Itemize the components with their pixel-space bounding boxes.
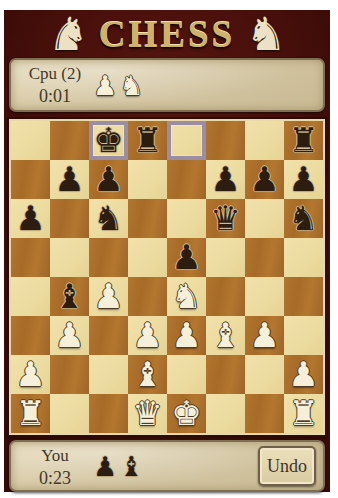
white-pawn-b3[interactable]: ♟ (54, 316, 84, 355)
captured-black-pawn-icon: ♟ (93, 453, 117, 480)
square-e1[interactable]: ♚ (167, 394, 206, 433)
white-rook-h1[interactable]: ♜ (288, 394, 318, 433)
board-frame: ♚♜♜♟♟♟♟♟♟♞♛♞♟♝♟♞♟♟♟♝♟♟♝♟♜♛♚♜ (7, 117, 327, 437)
black-pawn-a6[interactable]: ♟ (15, 199, 45, 238)
square-e8[interactable] (167, 121, 206, 160)
black-pawn-f7[interactable]: ♟ (210, 160, 240, 199)
black-pawn-b7[interactable]: ♟ (54, 160, 84, 199)
white-knight-e4[interactable]: ♞ (171, 277, 201, 316)
you-player-info: You 0:23 (23, 446, 87, 489)
black-rook-h8[interactable]: ♜ (288, 121, 318, 160)
square-b5[interactable] (50, 238, 89, 277)
square-h7[interactable]: ♟ (284, 160, 323, 199)
cpu-captured-tray: ♟♞ (93, 72, 143, 99)
square-h6[interactable]: ♞ (284, 199, 323, 238)
white-king-e1[interactable]: ♚ (171, 394, 201, 433)
white-queen-d1[interactable]: ♛ (132, 394, 162, 433)
square-g6[interactable] (245, 199, 284, 238)
square-f2[interactable] (206, 355, 245, 394)
square-g2[interactable] (245, 355, 284, 394)
square-a1[interactable]: ♜ (11, 394, 50, 433)
square-b7[interactable]: ♟ (50, 160, 89, 199)
square-g5[interactable] (245, 238, 284, 277)
square-b3[interactable]: ♟ (50, 316, 89, 355)
square-h8[interactable]: ♜ (284, 121, 323, 160)
white-pawn-h2[interactable]: ♟ (288, 355, 318, 394)
app-title: CHESS (99, 13, 235, 56)
square-a7[interactable] (11, 160, 50, 199)
knight-icon: ♞ (48, 11, 89, 57)
chess-app-screen: ♞ CHESS ♞ Cpu (2) 0:01 ♟♞ ♚♜♜♟♟♟♟♟♟♞♛♞♟♝… (0, 0, 338, 498)
black-pawn-h7[interactable]: ♟ (288, 160, 318, 199)
white-pawn-d3[interactable]: ♟ (132, 316, 162, 355)
square-g8[interactable] (245, 121, 284, 160)
square-e6[interactable] (167, 199, 206, 238)
black-pawn-e5[interactable]: ♟ (171, 238, 201, 277)
square-h1[interactable]: ♜ (284, 394, 323, 433)
square-a4[interactable] (11, 277, 50, 316)
square-c6[interactable]: ♞ (89, 199, 128, 238)
captured-white-pawn-icon: ♟ (93, 72, 117, 99)
square-d7[interactable] (128, 160, 167, 199)
square-b6[interactable] (50, 199, 89, 238)
square-c1[interactable] (89, 394, 128, 433)
square-d8[interactable]: ♜ (128, 121, 167, 160)
square-b2[interactable] (50, 355, 89, 394)
square-c8[interactable]: ♚ (89, 121, 128, 160)
cpu-clock: 0:01 (23, 86, 87, 107)
white-pawn-e3[interactable]: ♟ (171, 316, 201, 355)
square-d6[interactable] (128, 199, 167, 238)
square-g4[interactable] (245, 277, 284, 316)
square-h4[interactable] (284, 277, 323, 316)
black-pawn-g7[interactable]: ♟ (249, 160, 279, 199)
square-a3[interactable] (11, 316, 50, 355)
square-e4[interactable]: ♞ (167, 277, 206, 316)
white-pawn-c4[interactable]: ♟ (93, 277, 123, 316)
undo-button[interactable]: Undo (258, 446, 316, 486)
square-f1[interactable] (206, 394, 245, 433)
you-captured-tray: ♟♝ (93, 453, 143, 480)
white-pawn-a2[interactable]: ♟ (15, 355, 45, 394)
black-queen-f6[interactable]: ♛ (210, 199, 240, 238)
square-g1[interactable] (245, 394, 284, 433)
black-rook-d8[interactable]: ♜ (132, 121, 162, 160)
square-h2[interactable]: ♟ (284, 355, 323, 394)
black-pawn-c7[interactable]: ♟ (93, 160, 123, 199)
square-b1[interactable] (50, 394, 89, 433)
square-b8[interactable] (50, 121, 89, 160)
square-a2[interactable]: ♟ (11, 355, 50, 394)
chess-board: ♚♜♜♟♟♟♟♟♟♞♛♞♟♝♟♞♟♟♟♝♟♟♝♟♜♛♚♜ (11, 121, 323, 433)
app-background: ♞ CHESS ♞ Cpu (2) 0:01 ♟♞ ♚♜♜♟♟♟♟♟♟♞♛♞♟♝… (4, 10, 330, 492)
white-rook-a1[interactable]: ♜ (15, 394, 45, 433)
square-f7[interactable]: ♟ (206, 160, 245, 199)
you-player-name: You (23, 446, 87, 466)
square-f3[interactable]: ♝ (206, 316, 245, 355)
square-d1[interactable]: ♛ (128, 394, 167, 433)
square-d5[interactable] (128, 238, 167, 277)
black-bishop-b4[interactable]: ♝ (54, 277, 84, 316)
captured-white-knight-icon: ♞ (119, 72, 143, 99)
square-g7[interactable]: ♟ (245, 160, 284, 199)
header: ♞ CHESS ♞ (4, 10, 330, 58)
square-g3[interactable]: ♟ (245, 316, 284, 355)
square-c2[interactable] (89, 355, 128, 394)
square-c3[interactable] (89, 316, 128, 355)
white-bishop-d2[interactable]: ♝ (132, 355, 162, 394)
black-king-c8[interactable]: ♚ (93, 121, 123, 160)
square-c7[interactable]: ♟ (89, 160, 128, 199)
square-e5[interactable]: ♟ (167, 238, 206, 277)
square-c4[interactable]: ♟ (89, 277, 128, 316)
white-bishop-f3[interactable]: ♝ (210, 316, 240, 355)
cpu-player-info: Cpu (2) 0:01 (23, 64, 87, 107)
you-player-bar: You 0:23 ♟♝ Undo (9, 440, 325, 492)
square-d3[interactable]: ♟ (128, 316, 167, 355)
square-h3[interactable] (284, 316, 323, 355)
you-clock: 0:23 (23, 468, 87, 489)
square-e7[interactable] (167, 160, 206, 199)
square-c5[interactable] (89, 238, 128, 277)
square-a5[interactable] (11, 238, 50, 277)
square-a8[interactable] (11, 121, 50, 160)
square-f6[interactable]: ♛ (206, 199, 245, 238)
square-f5[interactable] (206, 238, 245, 277)
square-e2[interactable] (167, 355, 206, 394)
square-b4[interactable]: ♝ (50, 277, 89, 316)
black-knight-c6[interactable]: ♞ (93, 199, 123, 238)
square-h5[interactable] (284, 238, 323, 277)
square-f4[interactable] (206, 277, 245, 316)
knight-icon: ♞ (245, 11, 286, 57)
square-f8[interactable] (206, 121, 245, 160)
cpu-player-name: Cpu (2) (23, 64, 87, 84)
captured-black-bishop-icon: ♝ (119, 453, 143, 480)
black-knight-h6[interactable]: ♞ (288, 199, 318, 238)
square-a6[interactable]: ♟ (11, 199, 50, 238)
square-d4[interactable] (128, 277, 167, 316)
white-pawn-g3[interactable]: ♟ (249, 316, 279, 355)
square-d2[interactable]: ♝ (128, 355, 167, 394)
cpu-player-bar: Cpu (2) 0:01 ♟♞ (9, 58, 325, 112)
square-e3[interactable]: ♟ (167, 316, 206, 355)
